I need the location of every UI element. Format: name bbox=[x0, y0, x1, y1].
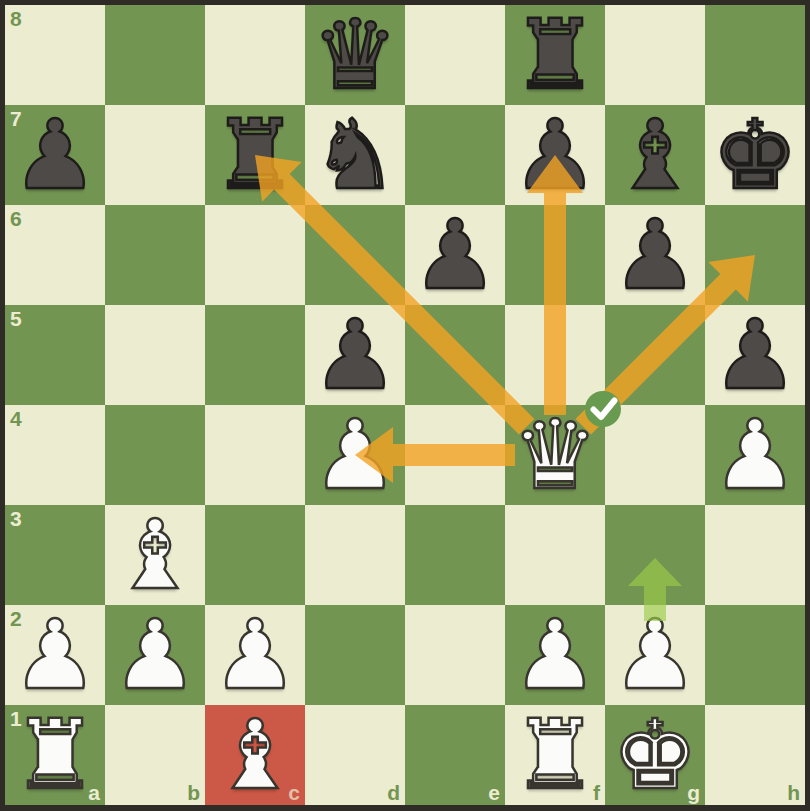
square-h7[interactable]: ♚ bbox=[705, 105, 805, 205]
file-label-e: e bbox=[488, 782, 500, 803]
piece-white-bishop-c1[interactable]: ♝ bbox=[205, 705, 305, 805]
square-c1[interactable]: c♝ bbox=[205, 705, 305, 805]
rank-label-3: 3 bbox=[10, 508, 22, 529]
square-b6[interactable] bbox=[105, 205, 205, 305]
rank-label-2: 2 bbox=[10, 608, 22, 629]
square-f4[interactable]: ♛ bbox=[505, 405, 605, 505]
square-b8[interactable] bbox=[105, 5, 205, 105]
square-e7[interactable] bbox=[405, 105, 505, 205]
square-d6[interactable] bbox=[305, 205, 405, 305]
square-d1[interactable]: d bbox=[305, 705, 405, 805]
square-h8[interactable] bbox=[705, 5, 805, 105]
piece-white-pawn-c2[interactable]: ♟ bbox=[205, 605, 305, 705]
square-f2[interactable]: ♟ bbox=[505, 605, 605, 705]
square-c7[interactable]: ♜ bbox=[205, 105, 305, 205]
square-b7[interactable] bbox=[105, 105, 205, 205]
square-h4[interactable]: ♟ bbox=[705, 405, 805, 505]
file-label-b: b bbox=[187, 782, 200, 803]
square-f3[interactable] bbox=[505, 505, 605, 605]
square-c3[interactable] bbox=[205, 505, 305, 605]
square-c8[interactable] bbox=[205, 5, 305, 105]
square-b1[interactable]: b bbox=[105, 705, 205, 805]
chess-board: 8♛♜7♟♜♞♟♝♚6♟♟5♟♟4♟♛♟3♝2♟♟♟♟♟1a♜bc♝def♜g♚… bbox=[5, 5, 805, 805]
square-a3[interactable]: 3 bbox=[5, 505, 105, 605]
piece-white-pawn-a2[interactable]: ♟ bbox=[5, 605, 105, 705]
square-c5[interactable] bbox=[205, 305, 305, 405]
piece-white-rook-f1[interactable]: ♜ bbox=[505, 705, 605, 805]
piece-black-rook-c7[interactable]: ♜ bbox=[205, 105, 305, 205]
piece-black-knight-d7[interactable]: ♞ bbox=[305, 105, 405, 205]
square-e4[interactable] bbox=[405, 405, 505, 505]
square-e1[interactable]: e bbox=[405, 705, 505, 805]
square-e8[interactable] bbox=[405, 5, 505, 105]
square-b4[interactable] bbox=[105, 405, 205, 505]
file-label-h: h bbox=[787, 782, 800, 803]
piece-white-pawn-g2[interactable]: ♟ bbox=[605, 605, 705, 705]
piece-white-pawn-d4[interactable]: ♟ bbox=[305, 405, 405, 505]
piece-black-pawn-h5[interactable]: ♟ bbox=[705, 305, 805, 405]
square-a8[interactable]: 8 bbox=[5, 5, 105, 105]
square-f5[interactable] bbox=[505, 305, 605, 405]
rank-label-7: 7 bbox=[10, 108, 22, 129]
square-d3[interactable] bbox=[305, 505, 405, 605]
piece-black-pawn-g6[interactable]: ♟ bbox=[605, 205, 705, 305]
square-h2[interactable] bbox=[705, 605, 805, 705]
piece-black-pawn-d5[interactable]: ♟ bbox=[305, 305, 405, 405]
square-d7[interactable]: ♞ bbox=[305, 105, 405, 205]
square-c4[interactable] bbox=[205, 405, 305, 505]
square-f8[interactable]: ♜ bbox=[505, 5, 605, 105]
square-a4[interactable]: 4 bbox=[5, 405, 105, 505]
square-g2[interactable]: ♟ bbox=[605, 605, 705, 705]
piece-black-rook-f8[interactable]: ♜ bbox=[505, 5, 605, 105]
square-e3[interactable] bbox=[405, 505, 505, 605]
square-e5[interactable] bbox=[405, 305, 505, 405]
square-g6[interactable]: ♟ bbox=[605, 205, 705, 305]
rank-label-6: 6 bbox=[10, 208, 22, 229]
square-a7[interactable]: 7♟ bbox=[5, 105, 105, 205]
piece-black-pawn-e6[interactable]: ♟ bbox=[405, 205, 505, 305]
square-g7[interactable]: ♝ bbox=[605, 105, 705, 205]
piece-white-rook-a1[interactable]: ♜ bbox=[5, 705, 105, 805]
square-a6[interactable]: 6 bbox=[5, 205, 105, 305]
piece-black-pawn-a7[interactable]: ♟ bbox=[5, 105, 105, 205]
square-b2[interactable]: ♟ bbox=[105, 605, 205, 705]
piece-white-king-g1[interactable]: ♚ bbox=[605, 705, 705, 805]
piece-black-pawn-f7[interactable]: ♟ bbox=[505, 105, 605, 205]
square-b5[interactable] bbox=[105, 305, 205, 405]
board-frame: 8♛♜7♟♜♞♟♝♚6♟♟5♟♟4♟♛♟3♝2♟♟♟♟♟1a♜bc♝def♜g♚… bbox=[0, 0, 810, 811]
file-label-g: g bbox=[687, 782, 700, 803]
file-label-d: d bbox=[387, 782, 400, 803]
piece-black-king-h7[interactable]: ♚ bbox=[705, 105, 805, 205]
square-e6[interactable]: ♟ bbox=[405, 205, 505, 305]
square-a2[interactable]: 2♟ bbox=[5, 605, 105, 705]
square-h6[interactable] bbox=[705, 205, 805, 305]
file-label-c: c bbox=[288, 782, 300, 803]
rank-label-5: 5 bbox=[10, 308, 22, 329]
rank-label-1: 1 bbox=[10, 708, 22, 729]
piece-white-bishop-b3[interactable]: ♝ bbox=[105, 505, 205, 605]
piece-white-pawn-b2[interactable]: ♟ bbox=[105, 605, 205, 705]
piece-black-queen-d8[interactable]: ♛ bbox=[305, 5, 405, 105]
square-c6[interactable] bbox=[205, 205, 305, 305]
square-g3[interactable] bbox=[605, 505, 705, 605]
square-h5[interactable]: ♟ bbox=[705, 305, 805, 405]
square-f1[interactable]: f♜ bbox=[505, 705, 605, 805]
square-b3[interactable]: ♝ bbox=[105, 505, 205, 605]
piece-white-pawn-f2[interactable]: ♟ bbox=[505, 605, 605, 705]
rank-label-8: 8 bbox=[10, 8, 22, 29]
square-d5[interactable]: ♟ bbox=[305, 305, 405, 405]
square-e2[interactable] bbox=[405, 605, 505, 705]
square-g5[interactable] bbox=[605, 305, 705, 405]
piece-white-queen-f4[interactable]: ♛ bbox=[505, 405, 605, 505]
square-d2[interactable] bbox=[305, 605, 405, 705]
square-g4[interactable] bbox=[605, 405, 705, 505]
square-c2[interactable]: ♟ bbox=[205, 605, 305, 705]
square-f7[interactable]: ♟ bbox=[505, 105, 605, 205]
piece-black-bishop-g7[interactable]: ♝ bbox=[605, 105, 705, 205]
square-f6[interactable] bbox=[505, 205, 605, 305]
square-h1[interactable]: h bbox=[705, 705, 805, 805]
file-label-f: f bbox=[593, 782, 600, 803]
square-d4[interactable]: ♟ bbox=[305, 405, 405, 505]
square-d8[interactable]: ♛ bbox=[305, 5, 405, 105]
file-label-a: a bbox=[88, 782, 100, 803]
rank-label-4: 4 bbox=[10, 408, 22, 429]
square-g8[interactable] bbox=[605, 5, 705, 105]
square-a5[interactable]: 5 bbox=[5, 305, 105, 405]
square-h3[interactable] bbox=[705, 505, 805, 605]
piece-white-pawn-h4[interactable]: ♟ bbox=[705, 405, 805, 505]
square-g1[interactable]: g♚ bbox=[605, 705, 705, 805]
square-a1[interactable]: 1a♜ bbox=[5, 705, 105, 805]
